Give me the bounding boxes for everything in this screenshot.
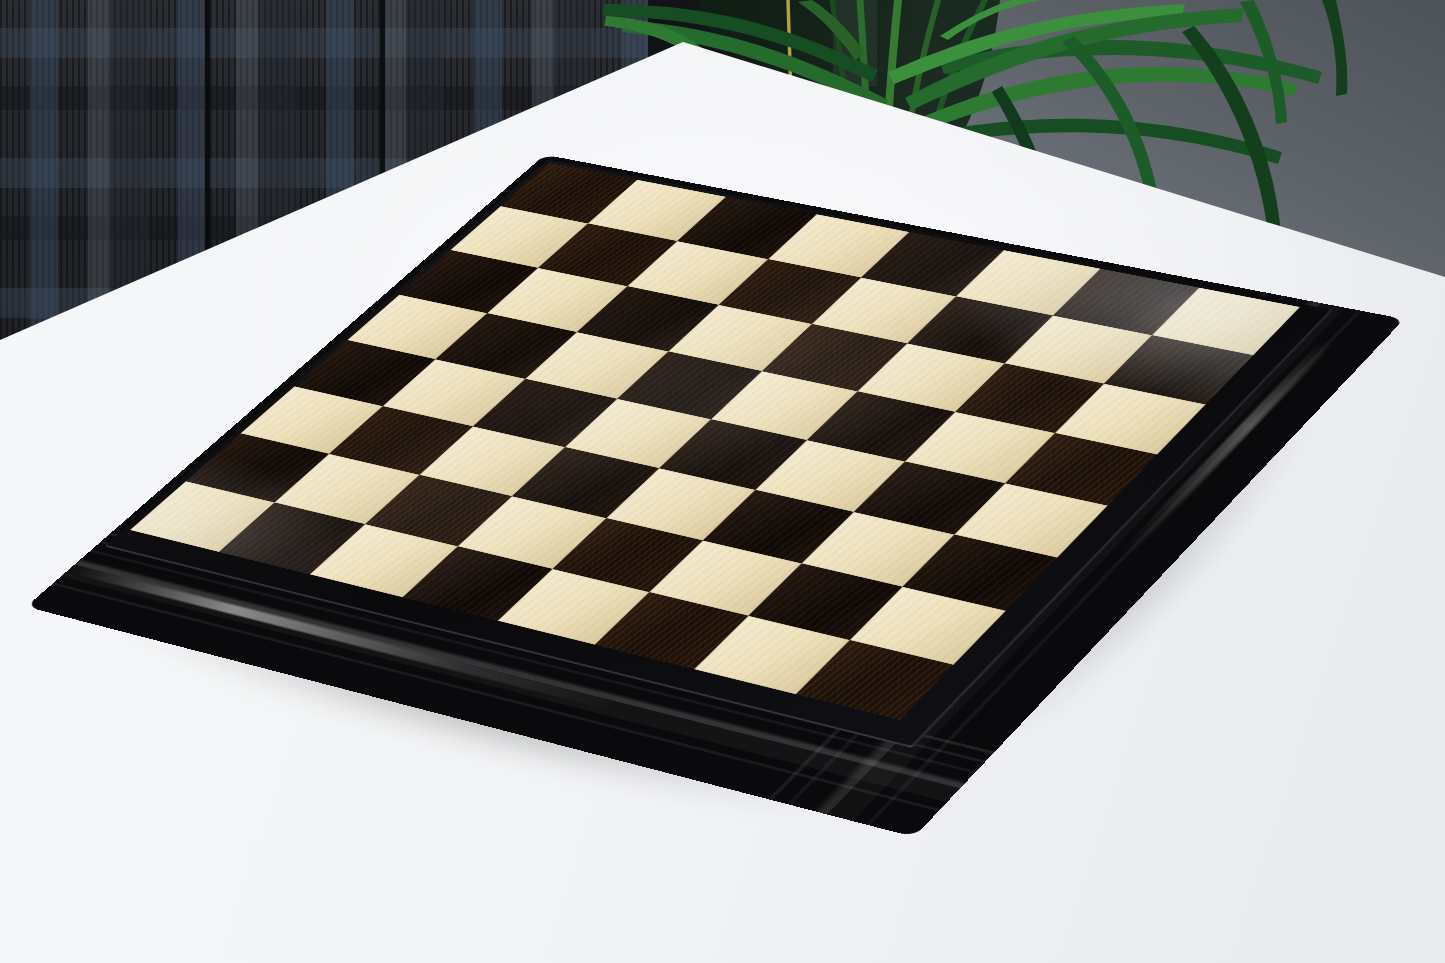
product-photo-scene (0, 0, 1445, 963)
